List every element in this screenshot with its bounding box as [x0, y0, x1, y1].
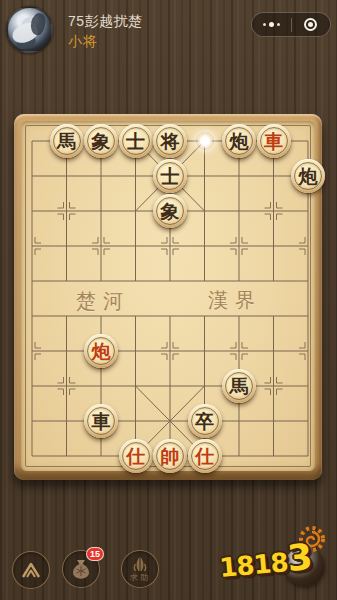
more-dots-icon — [277, 23, 280, 26]
more-dots-icon — [263, 23, 266, 26]
piece-black-cannon[interactable]: 炮 — [291, 159, 325, 193]
more-dots-icon — [269, 22, 274, 27]
piece-black-elephant[interactable]: 象 — [153, 194, 187, 228]
piece-black-general[interactable]: 将 — [153, 124, 187, 158]
sphere-icon — [285, 546, 325, 586]
piece-black-horse[interactable]: 馬 — [50, 124, 84, 158]
watermark-text: 18183 — [217, 536, 313, 585]
piece-black-chariot[interactable]: 車 — [84, 404, 118, 438]
money-bag-icon — [69, 557, 93, 581]
coins-badge: 15 — [86, 547, 104, 561]
piece-red-advisor[interactable]: 仕 — [119, 439, 153, 473]
piece-red-advisor[interactable]: 仕 — [188, 439, 222, 473]
piece-black-horse[interactable]: 馬 — [222, 369, 256, 403]
coins-button[interactable]: 15 — [62, 550, 100, 588]
puzzle-title: 75彭越扰楚 — [68, 13, 143, 31]
river-label-chu: 楚河 — [76, 288, 130, 315]
help-button[interactable]: 求助 — [121, 550, 159, 588]
menu-button[interactable] — [12, 551, 50, 589]
app-screen: 75彭越扰楚 小将 楚河 漢界 馬象士将炮車士炮象炮馬車卒仕帥仕 — [0, 0, 337, 600]
avatar[interactable] — [6, 6, 53, 53]
exit-button[interactable] — [292, 13, 331, 36]
miniprogram-capsule — [251, 12, 331, 37]
piece-black-elephant[interactable]: 象 — [84, 124, 118, 158]
exit-target-icon — [304, 18, 317, 31]
18183-watermark: 18183 — [219, 526, 331, 588]
rank-label: 小将 — [68, 33, 98, 51]
chevron-up-icon — [19, 559, 43, 581]
piece-black-advisor[interactable]: 士 — [153, 159, 187, 193]
piece-black-advisor[interactable]: 士 — [119, 124, 153, 158]
sun-swirl-icon — [295, 522, 329, 556]
piece-red-general[interactable]: 帥 — [153, 439, 187, 473]
praying-hands-icon — [129, 556, 151, 573]
help-label: 求助 — [130, 574, 150, 582]
piece-red-cannon[interactable]: 炮 — [84, 334, 118, 368]
more-button[interactable] — [252, 13, 291, 36]
piece-black-cannon[interactable]: 炮 — [222, 124, 256, 158]
river-label-han: 漢界 — [208, 287, 262, 314]
xiangqi-board[interactable]: 楚河 漢界 馬象士将炮車士炮象炮馬車卒仕帥仕 — [14, 114, 322, 480]
piece-red-chariot[interactable]: 車 — [257, 124, 291, 158]
piece-black-pawn[interactable]: 卒 — [188, 404, 222, 438]
